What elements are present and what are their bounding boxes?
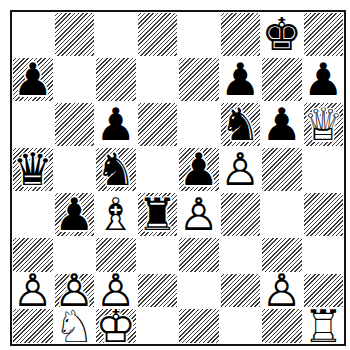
square-f1[interactable] [220, 308, 262, 344]
square-c8[interactable] [95, 12, 137, 57]
square-a4[interactable] [12, 192, 54, 237]
square-c6[interactable]: ♟ [95, 102, 137, 147]
white-piece-outline: ♘ [54, 308, 96, 344]
square-a2[interactable]: ♟♙ [12, 273, 54, 309]
black-pawn-c6: ♟ [95, 102, 137, 147]
square-h1[interactable]: ♜♖ [303, 308, 345, 344]
white-rook-h1: ♜♖ [303, 308, 345, 344]
square-e2[interactable] [178, 273, 220, 309]
square-d3[interactable] [137, 237, 179, 273]
white-piece-outline: ♕ [303, 102, 345, 147]
black-knight-f6: ♞ [220, 102, 262, 147]
square-c4[interactable]: ♝♗ [95, 192, 137, 237]
black-pawn-g6: ♟ [261, 102, 303, 147]
white-bishop-c4: ♝♗ [95, 192, 137, 237]
square-a6[interactable] [12, 102, 54, 147]
square-f2[interactable] [220, 273, 262, 309]
black-pawn-f7: ♟ [220, 57, 262, 102]
square-h8[interactable] [303, 12, 345, 57]
square-d8[interactable] [137, 12, 179, 57]
square-b1[interactable]: ♞♘ [54, 308, 96, 344]
chess-diagram-page: ♚♟♟♟♟♞♟♛♕♛♞♟♟♙♟♝♗♜♟♙♟♙♟♙♟♙♟♙♞♘♚♔♜♖ [0, 0, 350, 350]
square-g7[interactable] [261, 57, 303, 102]
white-pawn-g2: ♟♙ [261, 273, 303, 309]
square-d6[interactable] [137, 102, 179, 147]
square-h6[interactable]: ♛♕ [303, 102, 345, 147]
square-a7[interactable]: ♟ [12, 57, 54, 102]
square-e7[interactable] [178, 57, 220, 102]
white-piece-outline: ♙ [178, 192, 220, 237]
black-pawn-a7: ♟ [12, 57, 54, 102]
square-b8[interactable] [54, 12, 96, 57]
white-queen-h6: ♛♕ [303, 102, 345, 147]
square-e3[interactable] [178, 237, 220, 273]
white-pawn-e4: ♟♙ [178, 192, 220, 237]
square-g8[interactable]: ♚ [261, 12, 303, 57]
square-c7[interactable] [95, 57, 137, 102]
square-f6[interactable]: ♞ [220, 102, 262, 147]
square-f8[interactable] [220, 12, 262, 57]
white-piece-outline: ♔ [95, 308, 137, 344]
square-g4[interactable] [261, 192, 303, 237]
square-d7[interactable] [137, 57, 179, 102]
white-knight-b1: ♞♘ [54, 308, 96, 344]
square-h4[interactable] [303, 192, 345, 237]
square-e8[interactable] [178, 12, 220, 57]
square-d1[interactable] [137, 308, 179, 344]
black-king-g8: ♚ [261, 12, 303, 57]
square-a5[interactable]: ♛ [12, 147, 54, 192]
white-piece-outline: ♙ [220, 147, 262, 192]
square-b7[interactable] [54, 57, 96, 102]
white-piece-outline: ♗ [95, 192, 137, 237]
square-d2[interactable] [137, 273, 179, 309]
square-e6[interactable] [178, 102, 220, 147]
square-c1[interactable]: ♚♔ [95, 308, 137, 344]
square-b6[interactable] [54, 102, 96, 147]
white-piece-outline: ♙ [261, 273, 303, 309]
square-f7[interactable]: ♟ [220, 57, 262, 102]
square-d4[interactable]: ♜ [137, 192, 179, 237]
square-f5[interactable]: ♟♙ [220, 147, 262, 192]
black-knight-c5: ♞ [95, 147, 137, 192]
white-piece-outline: ♙ [12, 273, 54, 309]
black-pawn-h7: ♟ [303, 57, 345, 102]
square-g5[interactable] [261, 147, 303, 192]
chess-board: ♚♟♟♟♟♞♟♛♕♛♞♟♟♙♟♝♗♜♟♙♟♙♟♙♟♙♟♙♞♘♚♔♜♖ [10, 10, 346, 346]
square-e5[interactable]: ♟ [178, 147, 220, 192]
square-e1[interactable] [178, 308, 220, 344]
square-g2[interactable]: ♟♙ [261, 273, 303, 309]
white-king-c1: ♚♔ [95, 308, 137, 344]
square-h3[interactable] [303, 237, 345, 273]
black-queen-a5: ♛ [12, 147, 54, 192]
square-c5[interactable]: ♞ [95, 147, 137, 192]
white-pawn-a2: ♟♙ [12, 273, 54, 309]
square-h7[interactable]: ♟ [303, 57, 345, 102]
white-pawn-f5: ♟♙ [220, 147, 262, 192]
black-pawn-b4: ♟ [54, 192, 96, 237]
square-d5[interactable] [137, 147, 179, 192]
square-h5[interactable] [303, 147, 345, 192]
white-piece-outline: ♖ [303, 308, 345, 344]
square-b4[interactable]: ♟ [54, 192, 96, 237]
black-pawn-e5: ♟ [178, 147, 220, 192]
square-g6[interactable]: ♟ [261, 102, 303, 147]
square-a8[interactable] [12, 12, 54, 57]
square-f4[interactable] [220, 192, 262, 237]
square-b5[interactable] [54, 147, 96, 192]
square-e4[interactable]: ♟♙ [178, 192, 220, 237]
square-f3[interactable] [220, 237, 262, 273]
black-rook-d4: ♜ [137, 192, 179, 237]
